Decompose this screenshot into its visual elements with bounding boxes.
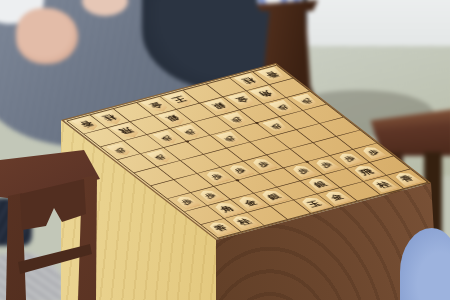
piece-stand-left-stretcher [0,0,450,300]
player-clothing [400,228,450,300]
photo-scene: 香桂金王桂香飛銀銀金角歩歩歩歩歩歩歩歩歩歩歩歩歩歩歩歩歩歩角金銀銀飛香桂玉金桂香 [0,0,450,300]
foreground [0,0,450,300]
